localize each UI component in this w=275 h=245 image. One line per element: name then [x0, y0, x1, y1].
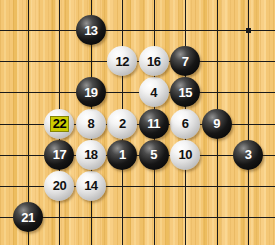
stone-black-1: 1: [107, 140, 137, 170]
move-number: 7: [170, 46, 200, 76]
move-number: 2: [107, 109, 137, 139]
move-number: 16: [139, 46, 169, 76]
move-number: 11: [139, 109, 169, 139]
move-number: 17: [44, 140, 74, 170]
stone-white-20: 20: [44, 171, 74, 201]
move-number: 1: [107, 140, 137, 170]
move-number: 13: [76, 15, 106, 45]
move-number: 3: [233, 140, 263, 170]
move-number: 15: [170, 77, 200, 107]
move-number: 4: [139, 77, 169, 107]
last-move-highlight-tag: 22: [50, 116, 69, 132]
stone-black-17: 17: [44, 140, 74, 170]
stone-white-18: 18: [76, 140, 106, 170]
move-number: 8: [76, 109, 106, 139]
move-number: 10: [170, 140, 200, 170]
stone-white-12: 12: [107, 46, 137, 76]
stone-black-15: 15: [170, 77, 200, 107]
stone-white-10: 10: [170, 140, 200, 170]
go-board[interactable]: 12345678910111213141516171819202122: [0, 0, 275, 245]
move-number: 19: [76, 77, 106, 107]
stone-black-3: 3: [233, 140, 263, 170]
stone-white-22: 22: [44, 109, 74, 139]
stone-black-13: 13: [76, 15, 106, 45]
move-number: 9: [202, 109, 232, 139]
move-number: 20: [44, 171, 74, 201]
stone-black-19: 19: [76, 77, 106, 107]
stones-layer: 12345678910111213141516171819202122: [0, 0, 275, 245]
move-number: 14: [76, 171, 106, 201]
stone-white-14: 14: [76, 171, 106, 201]
move-number-highlighted: 22: [44, 109, 74, 139]
move-number: 21: [13, 202, 43, 232]
stone-white-4: 4: [139, 77, 169, 107]
stone-black-7: 7: [170, 46, 200, 76]
stone-black-9: 9: [202, 109, 232, 139]
move-number: 5: [139, 140, 169, 170]
stone-black-5: 5: [139, 140, 169, 170]
stone-white-8: 8: [76, 109, 106, 139]
move-number: 18: [76, 140, 106, 170]
stone-white-6: 6: [170, 109, 200, 139]
stone-black-21: 21: [13, 202, 43, 232]
stone-white-2: 2: [107, 109, 137, 139]
move-number: 12: [107, 46, 137, 76]
move-number: 6: [170, 109, 200, 139]
stone-black-11: 11: [139, 109, 169, 139]
stone-white-16: 16: [139, 46, 169, 76]
